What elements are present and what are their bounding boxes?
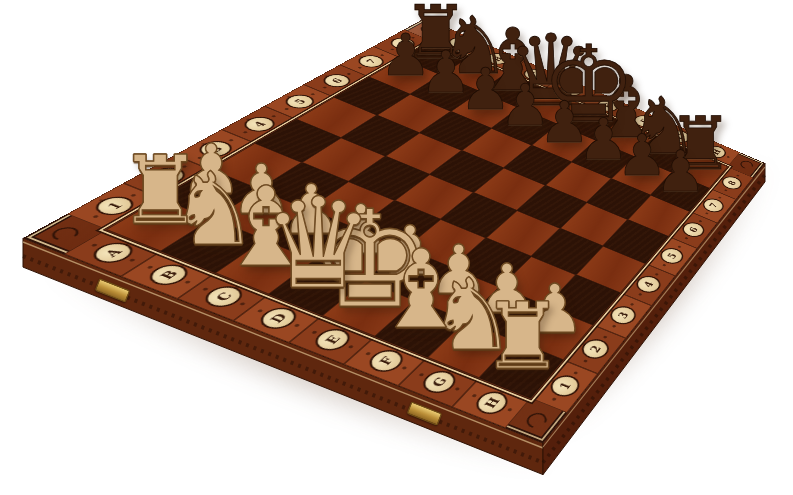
rank-label: 5 (656, 245, 687, 267)
black-pawn[interactable]: ♟ (411, 61, 561, 119)
black-pawn[interactable]: ♟ (606, 143, 756, 200)
brass-hinge (95, 279, 131, 303)
white-queen[interactable]: ♛ (243, 181, 393, 306)
brass-hinge (407, 401, 442, 425)
chess-set-photo: ABCDEFGH ABCDEFGH 87654321 87654321 ♜♞♝♛… (0, 0, 793, 495)
file-label: H (470, 388, 513, 418)
rank-label: 6 (679, 220, 708, 240)
rank-label: 4 (632, 273, 665, 296)
white-rook[interactable]: ♜ (86, 144, 236, 238)
